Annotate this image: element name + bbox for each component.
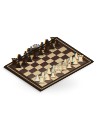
board-frame: ♜♟♟♜♞♟♟♞♝♟♟♝♛♟♟♛♚♟♟♚♝♟♟♝♞♟♟♞♜♟♟♜ bbox=[4, 37, 94, 91]
square-h1[interactable]: ♜ bbox=[38, 81, 47, 87]
white-rook-icon: ♜ bbox=[35, 75, 49, 85]
board-grid: ♜♟♟♜♞♟♟♞♝♟♟♝♛♟♟♛♚♟♟♚♝♟♟♝♞♟♟♞♜♟♟♜ bbox=[11, 41, 87, 86]
chess-board[interactable]: ♜♟♟♜♞♟♟♞♝♟♟♝♛♟♟♛♚♟♟♚♝♟♟♝♞♟♟♞♜♟♟♜ bbox=[0, 14, 95, 114]
product-photo: ♜♟♟♜♞♟♟♞♝♟♟♝♛♟♟♛♚♟♟♚♝♟♟♝♞♟♟♞♜♟♟♜ bbox=[0, 0, 95, 126]
